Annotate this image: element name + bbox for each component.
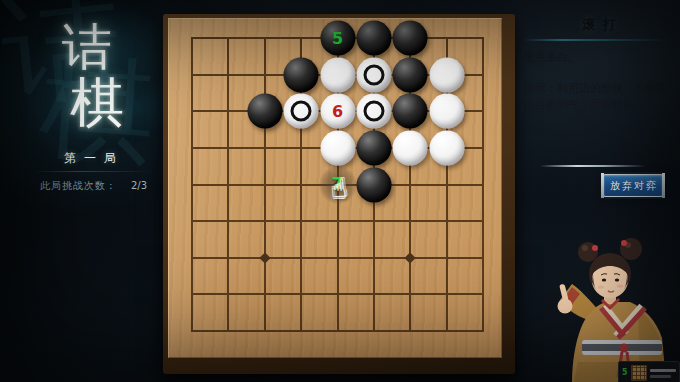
star-point: [405, 252, 416, 263]
stone-white: [429, 57, 464, 92]
divider: [540, 165, 646, 167]
stone-white: [356, 94, 391, 129]
stone-white: [429, 94, 464, 129]
hint-text: 提示：利用边的形状，不断紧住白棋的气，方有胜机。: [524, 80, 674, 115]
move-number: 5: [332, 30, 343, 46]
stone-black: [393, 94, 428, 129]
grid-line: [191, 293, 484, 295]
game-screen: 诘 棋 诘 棋 第一局 此局挑战次数：2/3 567 ☝ 滚打 黑先杀白。 提示…: [0, 0, 680, 382]
technique-title: 滚打: [524, 16, 674, 34]
toast-badge: 5: [622, 369, 628, 377]
giveup-game-button[interactable]: 放弃对弈: [603, 174, 663, 197]
stone-white: [429, 130, 464, 165]
stone-black: [356, 130, 391, 165]
toast-text-lines: [650, 369, 676, 378]
challenge-label: 此局挑战次数：: [40, 180, 117, 191]
mini-toast[interactable]: 5: [618, 361, 680, 382]
npc-girl-character: [538, 222, 680, 382]
stone-white: [320, 57, 355, 92]
hand-cursor-icon: ☝: [330, 174, 349, 203]
puzzle-info-panel: 滚打 黑先杀白。 提示：利用边的形状，不断紧住白棋的气，方有胜机。: [524, 16, 674, 115]
stone-black: [356, 21, 391, 56]
move-number: 6: [332, 103, 343, 119]
stone-black: [393, 21, 428, 56]
grid-line: [191, 330, 484, 332]
stone-white: [284, 94, 319, 129]
divider: [524, 39, 674, 41]
grid-line: [191, 257, 484, 259]
challenge-value: 2/3: [131, 180, 147, 191]
stone-black: [247, 94, 282, 129]
grid-line: [191, 220, 484, 222]
mini-board-thumbnail-icon: [631, 365, 647, 381]
stone-black: [393, 57, 428, 92]
stone-white: [356, 57, 391, 92]
stone-white: [393, 130, 428, 165]
puzzle-title-panel: 诘 棋 诘 棋 第一局 此局挑战次数：2/3: [0, 0, 165, 382]
challenge-counter: 此局挑战次数：2/3: [40, 179, 147, 193]
puzzle-title-char-1: 诘: [62, 22, 112, 72]
circle-marker: [291, 101, 312, 122]
objective-text: 黑先杀白。: [524, 50, 674, 67]
round-label: 第一局: [0, 150, 180, 167]
stone-white: 6: [320, 94, 355, 129]
circle-marker: [363, 101, 384, 122]
stone-black: 5: [320, 21, 355, 56]
puzzle-title-char-2: 棋: [70, 76, 124, 130]
grid-line: [482, 37, 484, 332]
star-point: [259, 252, 270, 263]
stone-black: [284, 57, 319, 92]
stone-black: [356, 167, 391, 202]
stone-white: [320, 130, 355, 165]
circle-marker: [363, 64, 384, 85]
